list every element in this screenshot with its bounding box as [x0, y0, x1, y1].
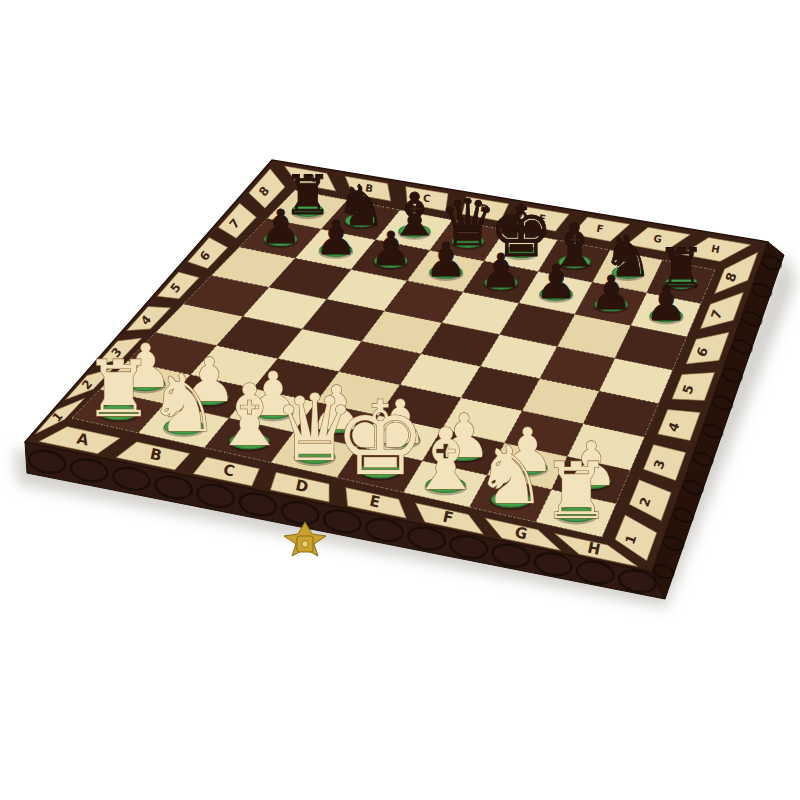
piece-white-knight-g1[interactable]: ♞	[475, 429, 547, 522]
piece-black-pawn-c7[interactable]: ♟	[370, 222, 412, 276]
latch-knob	[302, 541, 308, 547]
piece-black-pawn-b7[interactable]: ♟	[315, 211, 357, 265]
piece-black-pawn-g7[interactable]: ♟	[590, 266, 632, 320]
piece-black-pawn-h7[interactable]: ♟	[645, 277, 687, 331]
piece-white-rook-a1[interactable]: ♜	[84, 344, 154, 434]
piece-white-bishop-f1[interactable]: ♝	[407, 410, 483, 509]
chess-board: AA11BB22CC33DD44EE55FF66GG77HH88♜♞♝♛♚♝♞♜…	[0, 0, 800, 800]
piece-black-pawn-f7[interactable]: ♟	[535, 255, 577, 309]
piece-black-pawn-e7[interactable]: ♟	[480, 244, 522, 298]
piece-white-knight-b1[interactable]: ♞	[148, 357, 220, 450]
piece-white-rook-h1[interactable]: ♜	[542, 446, 612, 536]
product-photo: AA11BB22CC33DD44EE55FF66GG77HH88♜♞♝♛♚♝♞♜…	[0, 0, 800, 800]
piece-black-pawn-d7[interactable]: ♟	[425, 233, 467, 287]
piece-black-pawn-a7[interactable]: ♟	[260, 200, 302, 254]
